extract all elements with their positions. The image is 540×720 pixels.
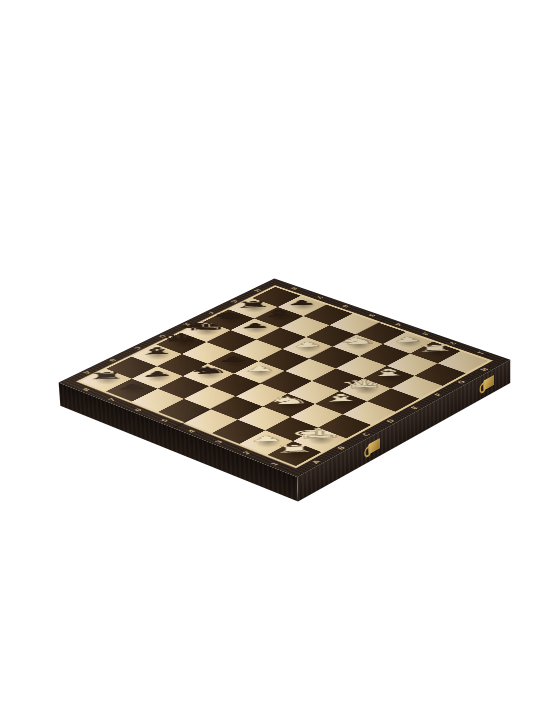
- piece-contact-shadow: [322, 392, 364, 411]
- square-a8[interactable]: ♜: [81, 369, 132, 391]
- piece-white-pawn[interactable]: ♟: [248, 434, 284, 443]
- brass-clasp-icon: [483, 375, 494, 391]
- piece-contact-shadow: [246, 432, 289, 452]
- piece-white-knight[interactable]: ♞: [265, 395, 313, 406]
- piece-black-bishop[interactable]: ♝: [135, 346, 179, 356]
- square-d4[interactable]: [261, 371, 312, 394]
- piece-black-pawn[interactable]: ♟: [140, 370, 174, 378]
- piece-black-pawn[interactable]: ♟: [216, 355, 250, 363]
- square-c3[interactable]: ♞: [263, 394, 315, 417]
- square-c1[interactable]: [318, 414, 371, 438]
- piece-white-king[interactable]: ♚: [288, 425, 351, 440]
- piece-white-pawn[interactable]: ♟: [242, 365, 276, 373]
- square-e1[interactable]: [367, 388, 419, 411]
- piece-white-knight[interactable]: ♞: [334, 335, 380, 346]
- piece-black-pawn[interactable]: ♟: [115, 382, 150, 390]
- piece-black-queen[interactable]: ♛: [156, 332, 207, 344]
- square-f1[interactable]: [391, 376, 443, 399]
- piece-white-pawn[interactable]: ♟: [291, 341, 325, 349]
- square-a1[interactable]: ♜: [268, 441, 322, 466]
- piece-black-bishop[interactable]: ♝: [257, 308, 300, 318]
- piece-black-pawn[interactable]: ♟: [239, 322, 272, 330]
- piece-white-rook[interactable]: ♜: [414, 343, 456, 353]
- piece-white-pawn[interactable]: ♟: [390, 336, 424, 344]
- square-c2[interactable]: [290, 404, 343, 428]
- square-e2[interactable]: ♛: [339, 378, 391, 401]
- piece-white-bishop[interactable]: ♝: [318, 392, 364, 403]
- piece-contact-shadow: [269, 395, 311, 414]
- square-b3[interactable]: [238, 407, 291, 431]
- square-b2[interactable]: [265, 417, 318, 441]
- square-c5[interactable]: [209, 374, 260, 397]
- square-g1[interactable]: [415, 363, 466, 385]
- square-c6[interactable]: ♞: [183, 364, 234, 386]
- square-a7[interactable]: ♟: [106, 379, 158, 402]
- square-d2[interactable]: ♝: [315, 391, 367, 414]
- piece-black-knight[interactable]: ♞: [185, 365, 231, 376]
- piece-black-pawn[interactable]: ♟: [286, 299, 319, 306]
- square-a5[interactable]: [158, 399, 210, 422]
- square-a3[interactable]: [212, 420, 265, 444]
- square-a2[interactable]: ♟: [240, 430, 293, 455]
- product-photo-chess-set: { "game": "chess", "scene": { "descripti…: [0, 0, 540, 720]
- square-a4[interactable]: [185, 409, 238, 433]
- square-a6[interactable]: [132, 389, 184, 412]
- square-b1[interactable]: ♚: [293, 428, 346, 452]
- square-b4[interactable]: [211, 396, 263, 419]
- square-d1[interactable]: [343, 401, 396, 425]
- piece-white-rook[interactable]: ♜: [272, 443, 316, 454]
- square-b6[interactable]: [158, 376, 209, 399]
- piece-white-queen[interactable]: ♛: [338, 378, 392, 391]
- brass-clasp-icon: [368, 438, 380, 455]
